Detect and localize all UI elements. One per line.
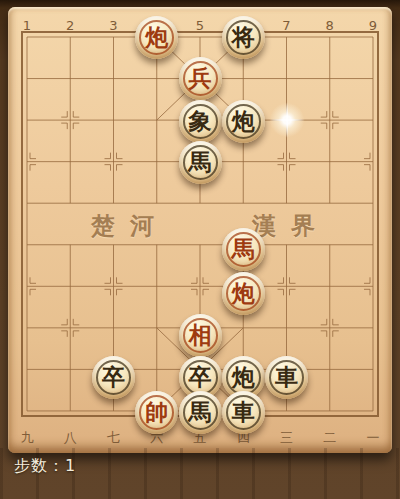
- move-count-label: 步数：: [14, 456, 65, 475]
- piece-glyph: 炮: [232, 281, 255, 304]
- move-highlight-sparkle: [269, 102, 305, 138]
- file-label-bottom: 九: [21, 431, 34, 444]
- file-label-top: 2: [66, 19, 74, 32]
- move-count-value: 1: [65, 456, 76, 475]
- piece-glyph: 相: [189, 323, 212, 346]
- piece-black-horse[interactable]: 馬: [179, 391, 222, 434]
- piece-glyph: 卒: [189, 365, 212, 388]
- piece-glyph: 馬: [189, 400, 212, 423]
- piece-glyph: 象: [189, 109, 212, 132]
- file-label-bottom: 一: [367, 431, 380, 444]
- file-label-top: 8: [326, 19, 334, 32]
- piece-black-chariot[interactable]: 車: [265, 356, 308, 399]
- file-label-bottom: 三: [280, 431, 293, 444]
- file-label-top: 1: [23, 19, 31, 32]
- piece-red-elephant[interactable]: 相: [179, 314, 222, 357]
- piece-black-general[interactable]: 将: [222, 16, 265, 59]
- piece-glyph: 兵: [189, 66, 212, 89]
- file-label-top: 7: [282, 19, 290, 32]
- piece-glyph: 卒: [102, 365, 125, 388]
- piece-red-horse[interactable]: 馬: [222, 228, 265, 271]
- piece-black-cannon[interactable]: 炮: [222, 100, 265, 143]
- piece-glyph: 馬: [232, 237, 255, 260]
- piece-black-elephant[interactable]: 象: [179, 100, 222, 143]
- piece-black-chariot[interactable]: 車: [222, 391, 265, 434]
- river-label-right: 漢界: [252, 210, 330, 242]
- piece-glyph: 帥: [145, 400, 168, 423]
- file-label-bottom: 七: [107, 431, 120, 444]
- piece-glyph: 炮: [232, 365, 255, 388]
- file-label-top: 9: [369, 19, 377, 32]
- file-label-bottom: 八: [64, 431, 77, 444]
- status-bar: 步数：1: [14, 456, 76, 477]
- piece-red-pawn[interactable]: 兵: [179, 57, 222, 100]
- piece-glyph: 炮: [145, 25, 168, 48]
- piece-red-cannon[interactable]: 炮: [135, 16, 178, 59]
- piece-red-cannon[interactable]: 炮: [222, 272, 265, 315]
- piece-black-pawn[interactable]: 卒: [92, 356, 135, 399]
- river-label-left: 楚河: [91, 210, 169, 242]
- piece-glyph: 車: [275, 365, 298, 388]
- piece-glyph: 馬: [189, 150, 212, 173]
- piece-glyph: 炮: [232, 109, 255, 132]
- file-label-top: 5: [196, 19, 204, 32]
- file-label-bottom: 二: [323, 431, 336, 444]
- piece-black-horse[interactable]: 馬: [179, 141, 222, 184]
- file-label-top: 3: [109, 19, 117, 32]
- piece-glyph: 将: [232, 25, 255, 48]
- piece-glyph: 車: [232, 400, 255, 423]
